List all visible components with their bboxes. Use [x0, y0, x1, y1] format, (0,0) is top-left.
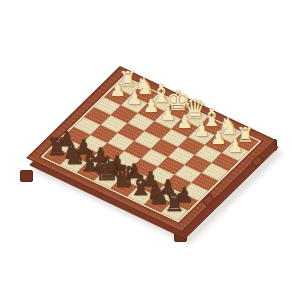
board-foot-left	[20, 170, 33, 182]
chess-set-product-photo: ♜♞♝♛♚♝♞♜♟♟♟♟♟♟♟♟♟♟♟♟♟♟♟♟♜♞♝♛♚♝♞♜	[0, 0, 292, 292]
chess-board	[26, 66, 276, 232]
